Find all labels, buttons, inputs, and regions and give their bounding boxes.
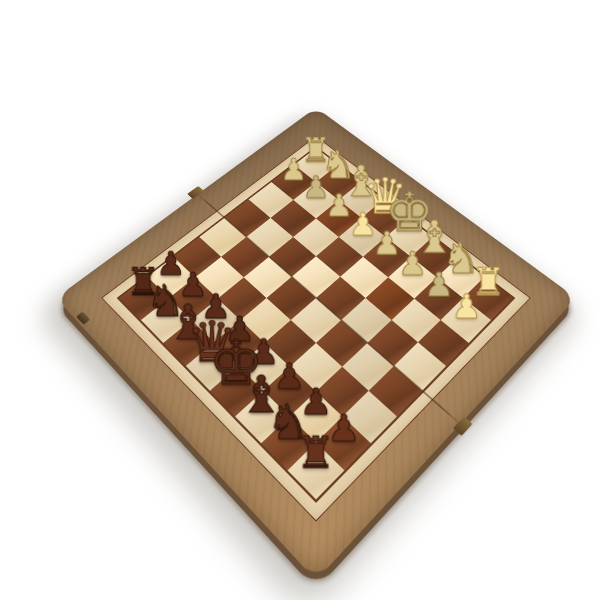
dark-rook-glyph: ♜ — [296, 430, 335, 474]
light-pawn-glyph: ♟ — [451, 289, 481, 323]
chess-set-photo: ♜♞♝♛♚♝♞♜♟♟♟♟♟♟♟♟♟♟♟♟♟♟♟♟♜♞♝♛♚♝♞♜ — [0, 0, 600, 600]
